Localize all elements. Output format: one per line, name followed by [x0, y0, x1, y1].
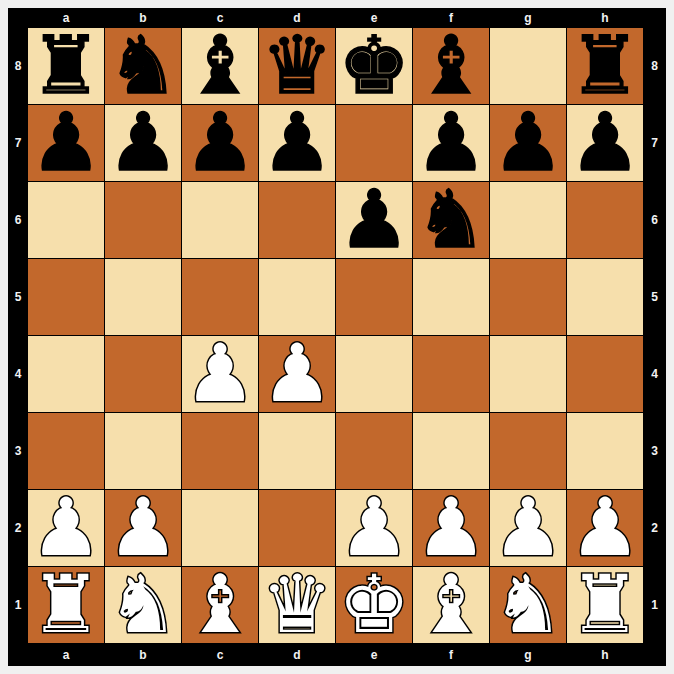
square-h4[interactable] — [567, 336, 643, 412]
file-label-bottom-a: a — [28, 643, 104, 666]
file-label-bottom-f: f — [413, 643, 489, 666]
square-c2[interactable] — [182, 490, 258, 566]
square-d4[interactable]: ♟ — [259, 336, 335, 412]
square-e2[interactable]: ♟ — [336, 490, 412, 566]
black-pawn[interactable]: ♟ — [415, 105, 487, 181]
file-label-bottom-h: h — [567, 643, 643, 666]
file-label-bottom-b: b — [105, 643, 181, 666]
white-bishop[interactable]: ♝ — [184, 567, 256, 643]
square-b4[interactable] — [105, 336, 181, 412]
square-f1[interactable]: ♝ — [413, 567, 489, 643]
square-a2[interactable]: ♟ — [28, 490, 104, 566]
rank-label-right-3: 3 — [643, 413, 666, 489]
rank-label-left-7: 7 — [8, 105, 28, 181]
square-b1[interactable]: ♞ — [105, 567, 181, 643]
square-d3[interactable] — [259, 413, 335, 489]
square-c4[interactable]: ♟ — [182, 336, 258, 412]
black-pawn[interactable]: ♟ — [184, 105, 256, 181]
white-pawn[interactable]: ♟ — [184, 336, 256, 412]
square-c5[interactable] — [182, 259, 258, 335]
white-rook[interactable]: ♜ — [569, 567, 641, 643]
chess-board[interactable]: ♜♞♝♛♚♝♜♟♟♟♟♟♟♟♟♞♟♟♟♟♟♟♟♟♜♞♝♛♚♝♞♜ — [28, 28, 643, 643]
square-h5[interactable] — [567, 259, 643, 335]
square-f7[interactable]: ♟ — [413, 105, 489, 181]
black-bishop[interactable]: ♝ — [184, 28, 256, 104]
white-pawn[interactable]: ♟ — [569, 490, 641, 566]
square-g3[interactable] — [490, 413, 566, 489]
square-c7[interactable]: ♟ — [182, 105, 258, 181]
square-e5[interactable] — [336, 259, 412, 335]
white-rook[interactable]: ♜ — [30, 567, 102, 643]
board-frame: abcdefgh 87654321 ♜♞♝♛♚♝♜♟♟♟♟♟♟♟♟♞♟♟♟♟♟♟… — [8, 8, 666, 666]
white-pawn[interactable]: ♟ — [261, 336, 333, 412]
square-h2[interactable]: ♟ — [567, 490, 643, 566]
white-pawn[interactable]: ♟ — [492, 490, 564, 566]
square-b7[interactable]: ♟ — [105, 105, 181, 181]
white-queen[interactable]: ♛ — [261, 567, 333, 643]
square-f4[interactable] — [413, 336, 489, 412]
square-d8[interactable]: ♛ — [259, 28, 335, 104]
square-e7[interactable] — [336, 105, 412, 181]
square-h8[interactable]: ♜ — [567, 28, 643, 104]
square-a6[interactable] — [28, 182, 104, 258]
black-rook[interactable]: ♜ — [569, 28, 641, 104]
white-knight[interactable]: ♞ — [107, 567, 179, 643]
square-h3[interactable] — [567, 413, 643, 489]
black-knight[interactable]: ♞ — [107, 28, 179, 104]
square-d7[interactable]: ♟ — [259, 105, 335, 181]
square-c1[interactable]: ♝ — [182, 567, 258, 643]
black-rook[interactable]: ♜ — [30, 28, 102, 104]
rank-label-right-2: 2 — [643, 490, 666, 566]
square-a7[interactable]: ♟ — [28, 105, 104, 181]
black-pawn[interactable]: ♟ — [30, 105, 102, 181]
black-queen[interactable]: ♛ — [261, 28, 333, 104]
file-label-bottom-e: e — [336, 643, 412, 666]
square-g4[interactable] — [490, 336, 566, 412]
black-pawn[interactable]: ♟ — [107, 105, 179, 181]
square-a1[interactable]: ♜ — [28, 567, 104, 643]
square-g7[interactable]: ♟ — [490, 105, 566, 181]
square-b3[interactable] — [105, 413, 181, 489]
square-h1[interactable]: ♜ — [567, 567, 643, 643]
square-h7[interactable]: ♟ — [567, 105, 643, 181]
square-e3[interactable] — [336, 413, 412, 489]
square-f2[interactable]: ♟ — [413, 490, 489, 566]
white-pawn[interactable]: ♟ — [107, 490, 179, 566]
white-pawn[interactable]: ♟ — [30, 490, 102, 566]
square-g5[interactable] — [490, 259, 566, 335]
black-pawn[interactable]: ♟ — [338, 182, 410, 258]
square-a4[interactable] — [28, 336, 104, 412]
black-pawn[interactable]: ♟ — [492, 105, 564, 181]
square-e1[interactable]: ♚ — [336, 567, 412, 643]
square-a8[interactable]: ♜ — [28, 28, 104, 104]
black-bishop[interactable]: ♝ — [415, 28, 487, 104]
rank-label-left-5: 5 — [8, 259, 28, 335]
square-g6[interactable] — [490, 182, 566, 258]
rank-label-right-5: 5 — [643, 259, 666, 335]
square-g1[interactable]: ♞ — [490, 567, 566, 643]
square-d5[interactable] — [259, 259, 335, 335]
rank-labels-right: 87654321 — [643, 28, 666, 643]
square-b2[interactable]: ♟ — [105, 490, 181, 566]
file-label-top-g: g — [490, 8, 566, 28]
square-b5[interactable] — [105, 259, 181, 335]
square-f5[interactable] — [413, 259, 489, 335]
file-labels-bottom: abcdefgh — [28, 643, 643, 666]
rank-label-right-1: 1 — [643, 567, 666, 643]
file-label-bottom-c: c — [182, 643, 258, 666]
white-bishop[interactable]: ♝ — [415, 567, 487, 643]
rank-label-left-3: 3 — [8, 413, 28, 489]
square-c8[interactable]: ♝ — [182, 28, 258, 104]
square-g8[interactable] — [490, 28, 566, 104]
black-pawn[interactable]: ♟ — [569, 105, 641, 181]
rank-label-right-4: 4 — [643, 336, 666, 412]
square-d1[interactable]: ♛ — [259, 567, 335, 643]
square-d6[interactable] — [259, 182, 335, 258]
square-c3[interactable] — [182, 413, 258, 489]
rank-labels-left: 87654321 — [8, 28, 28, 643]
rank-label-right-8: 8 — [643, 28, 666, 104]
square-c6[interactable] — [182, 182, 258, 258]
rank-label-left-8: 8 — [8, 28, 28, 104]
rank-label-right-6: 6 — [643, 182, 666, 258]
square-b6[interactable] — [105, 182, 181, 258]
square-f8[interactable]: ♝ — [413, 28, 489, 104]
square-f6[interactable]: ♞ — [413, 182, 489, 258]
square-b8[interactable]: ♞ — [105, 28, 181, 104]
black-knight[interactable]: ♞ — [415, 182, 487, 258]
black-pawn[interactable]: ♟ — [261, 105, 333, 181]
black-king[interactable]: ♚ — [338, 28, 410, 104]
square-f3[interactable] — [413, 413, 489, 489]
square-d2[interactable] — [259, 490, 335, 566]
rank-label-right-7: 7 — [643, 105, 666, 181]
file-label-bottom-d: d — [259, 643, 335, 666]
square-a3[interactable] — [28, 413, 104, 489]
white-pawn[interactable]: ♟ — [338, 490, 410, 566]
square-e4[interactable] — [336, 336, 412, 412]
rank-label-left-6: 6 — [8, 182, 28, 258]
square-h6[interactable] — [567, 182, 643, 258]
rank-label-left-1: 1 — [8, 567, 28, 643]
square-g2[interactable]: ♟ — [490, 490, 566, 566]
square-e6[interactable]: ♟ — [336, 182, 412, 258]
square-e8[interactable]: ♚ — [336, 28, 412, 104]
square-a5[interactable] — [28, 259, 104, 335]
rank-label-left-4: 4 — [8, 336, 28, 412]
white-king[interactable]: ♚ — [338, 567, 410, 643]
rank-label-left-2: 2 — [8, 490, 28, 566]
file-label-bottom-g: g — [490, 643, 566, 666]
white-pawn[interactable]: ♟ — [415, 490, 487, 566]
white-knight[interactable]: ♞ — [492, 567, 564, 643]
